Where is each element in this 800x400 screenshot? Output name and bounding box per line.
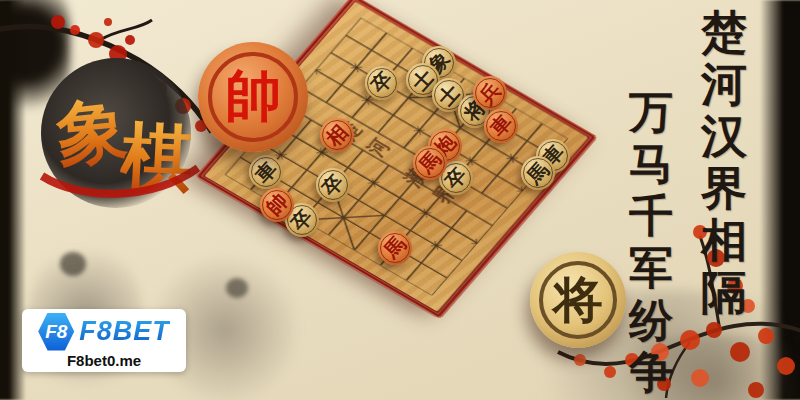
calligraphy-char: 万 xyxy=(629,86,673,138)
calligraphy-char: 楚 xyxy=(701,6,747,58)
brand-domain: F8bet0.me xyxy=(67,352,141,369)
piece-glyph: 車 xyxy=(484,109,517,142)
f8-badge-text: F8 xyxy=(45,321,67,343)
calligraphy-char: 河 xyxy=(701,58,747,110)
xiangqi-piece-black: 卒 xyxy=(365,66,399,100)
f8bet-logo[interactable]: F8 F8BET F8bet0.me xyxy=(22,309,186,372)
piece-glyph: 帥 xyxy=(260,188,293,221)
piece-glyph: 馬 xyxy=(379,231,412,264)
xiangqi-piece-black: 車 xyxy=(249,155,283,189)
decorative-black-general-piece: 将 xyxy=(530,252,626,348)
banner-canvas: 象 棋 楚河 漢界 象士士将車馬卒卒卒車卒兵車炮馬相馬帥 帥 将 楚河汉界相隔 … xyxy=(0,0,800,400)
calligraphy-char: 马 xyxy=(629,138,673,190)
piece-glyph: 卒 xyxy=(366,66,399,99)
calligraphy-char: 争 xyxy=(629,346,673,398)
black-general-glyph: 将 xyxy=(553,267,603,334)
calligraphy-char: 隔 xyxy=(701,266,747,318)
calligraphy-char: 纷 xyxy=(629,294,673,346)
xiangqi-piece-red: 馬 xyxy=(378,231,412,265)
f8-badge-icon: F8 xyxy=(38,313,74,351)
xiangqi-piece-red: 相 xyxy=(320,118,354,152)
calligraphy-column-1: 楚河汉界相隔 xyxy=(696,6,752,318)
red-general-glyph: 帥 xyxy=(225,59,281,135)
xiangqi-piece-red: 兵 xyxy=(473,76,507,110)
brand-name: F8BET xyxy=(79,316,170,347)
calligraphy-char: 军 xyxy=(629,242,673,294)
piece-glyph: 馬 xyxy=(521,157,554,190)
calligraphy-char: 界 xyxy=(701,162,747,214)
calligraphy-char: 相 xyxy=(701,214,747,266)
xiangqi-piece-red: 帥 xyxy=(260,188,294,222)
piece-glyph: 馬 xyxy=(413,147,446,180)
xiangqi-piece-black: 馬 xyxy=(521,156,555,190)
decorative-red-general-piece: 帥 xyxy=(198,42,308,152)
calligraphy-column-2: 万马千军纷争 xyxy=(624,86,678,398)
piece-glyph: 相 xyxy=(320,119,353,152)
xiangqi-piece-red: 馬 xyxy=(413,146,447,180)
calligraphy-char: 千 xyxy=(629,190,673,242)
xiangqi-piece-red: 車 xyxy=(484,109,518,143)
calligraphy-char: 汉 xyxy=(701,110,747,162)
piece-glyph: 車 xyxy=(249,156,282,189)
piece-glyph: 兵 xyxy=(474,77,507,110)
piece-glyph: 卒 xyxy=(316,169,349,202)
xiangqi-piece-black: 卒 xyxy=(316,168,350,202)
